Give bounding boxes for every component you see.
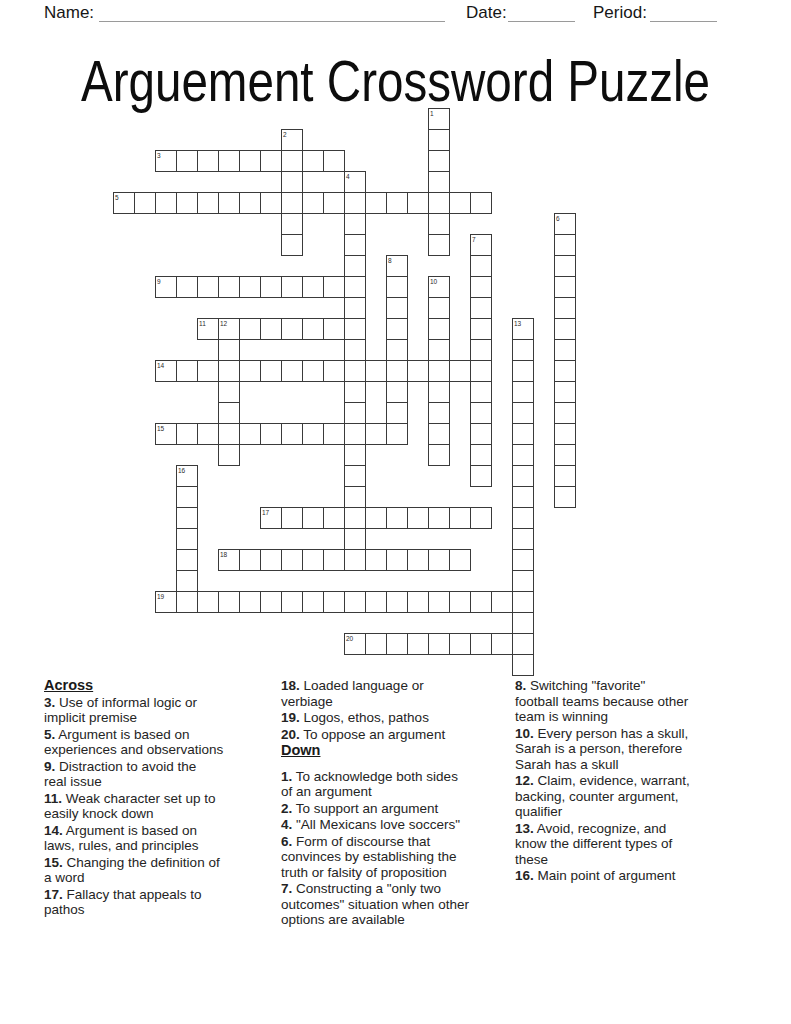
grid-cell-r11-c21[interactable] (554, 339, 576, 361)
grid-cell-r19-c10[interactable] (323, 507, 345, 529)
grid-cell-r12-c3[interactable] (176, 360, 198, 382)
cell-number-19: 19 (157, 593, 164, 600)
clue-column-2: 18. Loaded language or verbiage19. Logos… (281, 678, 513, 929)
grid-cell-r10-c17[interactable] (470, 318, 492, 340)
grid-cell-r16-c15[interactable] (428, 444, 450, 466)
clue-down-1: 1. To acknowledge both sides of an argum… (281, 769, 513, 800)
grid-cell-r23-c19[interactable] (512, 591, 534, 613)
grid-cell-r21-c13[interactable] (386, 549, 408, 571)
grid-cell-r14-c5[interactable] (218, 402, 240, 424)
grid-cell-r8-c10[interactable] (323, 276, 345, 298)
grid-cell-r14-c17[interactable] (470, 402, 492, 424)
grid-cell-r4-c1[interactable] (134, 192, 156, 214)
date-blank-line (508, 6, 575, 22)
grid-cell-r4-c12[interactable] (365, 192, 387, 214)
grid-cell-r13-c21[interactable] (554, 381, 576, 403)
grid-cell-r15-c13[interactable] (386, 423, 408, 445)
grid-cell-r12-c6[interactable] (239, 360, 261, 382)
grid-cell-r23-c12[interactable] (365, 591, 387, 613)
grid-cell-r10-c6[interactable] (239, 318, 261, 340)
grid-cell-r12-c7[interactable] (260, 360, 282, 382)
grid-cell-r12-c17[interactable] (470, 360, 492, 382)
clue-number-label: 7. (281, 881, 292, 896)
grid-cell-r21-c3[interactable] (176, 549, 198, 571)
clue-number-label: 3. (44, 695, 55, 710)
grid-cell-r4-c16[interactable] (449, 192, 471, 214)
grid-cell-r17-c21[interactable] (554, 465, 576, 487)
period-label: Period: (593, 3, 647, 23)
clue-number-label: 2. (281, 801, 292, 816)
grid-cell-r19-c9[interactable] (302, 507, 324, 529)
grid-cell-r15-c8[interactable] (281, 423, 303, 445)
grid-cell-r16-c17[interactable] (470, 444, 492, 466)
grid-cell-r23-c11[interactable] (344, 591, 366, 613)
grid-cell-r2-c6[interactable] (239, 150, 261, 172)
crossword-grid: 1234567891011121314151617181920 (113, 108, 576, 676)
clue-number-label: 4. (281, 817, 292, 832)
grid-cell-r22-c19[interactable] (512, 570, 534, 592)
grid-cell-r11-c11[interactable] (344, 339, 366, 361)
grid-cell-r2-c15[interactable] (428, 150, 450, 172)
grid-cell-r7-c17[interactable] (470, 255, 492, 277)
grid-cell-r11-c15[interactable] (428, 339, 450, 361)
grid-cell-r21-c10[interactable] (323, 549, 345, 571)
grid-cell-r8-c6[interactable] (239, 276, 261, 298)
grid-cell-r19-c3[interactable] (176, 507, 198, 529)
name-blank-line (99, 6, 445, 22)
grid-cell-r23-c7[interactable] (260, 591, 282, 613)
clue-across-17: 17. Fallacy that appeals to pathos (44, 887, 276, 918)
grid-cell-r4-c8[interactable] (281, 192, 303, 214)
clue-number-label: 1. (281, 769, 292, 784)
grid-cell-r14-c11[interactable] (344, 402, 366, 424)
grid-cell-r9-c17[interactable] (470, 297, 492, 319)
clue-down-6: 6. Form of discourse that convinces by e… (281, 834, 513, 881)
clue-across-3: 3. Use of informal logic or implicit pre… (44, 695, 276, 726)
grid-cell-r12-c15[interactable] (428, 360, 450, 382)
grid-cell-r13-c17[interactable] (470, 381, 492, 403)
grid-cell-r12-c11[interactable] (344, 360, 366, 382)
grid-cell-r7-c11[interactable] (344, 255, 366, 277)
grid-cell-r19-c8[interactable] (281, 507, 303, 529)
grid-cell-r15-c15[interactable] (428, 423, 450, 445)
grid-cell-r15-c4[interactable] (197, 423, 219, 445)
grid-cell-r13-c19[interactable] (512, 381, 534, 403)
grid-cell-r4-c3[interactable] (176, 192, 198, 214)
grid-cell-r12-c4[interactable] (197, 360, 219, 382)
date-label: Date: (466, 3, 507, 23)
grid-cell-r19-c11[interactable] (344, 507, 366, 529)
clue-number-label: 17. (44, 887, 63, 902)
grid-cell-r7-c21[interactable] (554, 255, 576, 277)
grid-cell-r21-c6[interactable] (239, 549, 261, 571)
grid-cell-r21-c14[interactable] (407, 549, 429, 571)
clue-text: Form of discourse that convinces by esta… (281, 834, 457, 880)
clue-text: Claim, evidence, warrant, backing, count… (515, 773, 690, 819)
grid-cell-r18-c19[interactable] (512, 486, 534, 508)
grid-cell-r9-c13[interactable] (386, 297, 408, 319)
grid-cell-r15-c12[interactable] (365, 423, 387, 445)
grid-cell-r4-c11[interactable] (344, 192, 366, 214)
grid-cell-r8-c17[interactable] (470, 276, 492, 298)
grid-cell-r12-c5[interactable] (218, 360, 240, 382)
grid-cell-r23-c8[interactable] (281, 591, 303, 613)
clue-text: To support an argument (292, 801, 438, 816)
clue-number-label: 9. (44, 759, 55, 774)
grid-cell-r4-c14[interactable] (407, 192, 429, 214)
grid-cell-r17-c17[interactable] (470, 465, 492, 487)
cell-number-13: 13 (514, 320, 521, 327)
clue-across-14: 14. Argument is based on laws, rules, an… (44, 823, 276, 854)
clue-number-label: 6. (281, 834, 292, 849)
grid-cell-r18-c21[interactable] (554, 486, 576, 508)
clue-number-label: 15. (44, 855, 63, 870)
grid-cell-r16-c5[interactable] (218, 444, 240, 466)
grid-cell-r21-c16[interactable] (449, 549, 471, 571)
grid-cell-r12-c21[interactable] (554, 360, 576, 382)
grid-cell-r15-c11[interactable] (344, 423, 366, 445)
grid-cell-r10-c11[interactable] (344, 318, 366, 340)
cell-number-18: 18 (220, 551, 227, 558)
grid-cell-r23-c14[interactable] (407, 591, 429, 613)
cell-number-2: 2 (283, 131, 287, 138)
clue-down-2: 2. To support an argument (281, 801, 513, 817)
clue-section-header-across: Across (44, 678, 276, 694)
cell-number-17: 17 (262, 509, 269, 516)
grid-cell-r20-c19[interactable] (512, 528, 534, 550)
clue-section-header-down: Down (281, 743, 513, 759)
clue-text: Use of informal logic or implicit premis… (44, 695, 197, 726)
grid-cell-r17-c19[interactable] (512, 465, 534, 487)
grid-cell-r15-c3[interactable] (176, 423, 198, 445)
grid-cell-r12-c16[interactable] (449, 360, 471, 382)
clue-across-9: 9. Distraction to avoid the real issue (44, 759, 276, 790)
clue-down-7: 7. Constructing a "only two outcomes" si… (281, 881, 513, 928)
cell-number-1: 1 (430, 110, 434, 117)
grid-cell-r3-c15[interactable] (428, 171, 450, 193)
clue-number-label: 14. (44, 823, 63, 838)
grid-cell-r10-c13[interactable] (386, 318, 408, 340)
grid-cell-r2-c10[interactable] (323, 150, 345, 172)
grid-cell-r8-c11[interactable] (344, 276, 366, 298)
clue-number-label: 5. (44, 727, 55, 742)
grid-cell-r21-c8[interactable] (281, 549, 303, 571)
grid-cell-r10-c8[interactable] (281, 318, 303, 340)
grid-cell-r9-c15[interactable] (428, 297, 450, 319)
clue-down-12: 12. Claim, evidence, warrant, backing, c… (515, 773, 763, 820)
grid-cell-r23-c3[interactable] (176, 591, 198, 613)
grid-cell-r11-c17[interactable] (470, 339, 492, 361)
grid-cell-r12-c9[interactable] (302, 360, 324, 382)
grid-cell-r4-c9[interactable] (302, 192, 324, 214)
grid-cell-r15-c7[interactable] (260, 423, 282, 445)
grid-cell-r5-c11[interactable] (344, 213, 366, 235)
grid-cell-r19-c15[interactable] (428, 507, 450, 529)
clue-number-label: 11. (44, 791, 62, 806)
grid-cell-r25-c17[interactable] (470, 633, 492, 655)
clue-across-5: 5. Argument is based on experiences and … (44, 727, 276, 758)
cell-number-8: 8 (388, 257, 392, 264)
cell-number-9: 9 (157, 278, 161, 285)
grid-cell-r13-c5[interactable] (218, 381, 240, 403)
grid-cell-r4-c4[interactable] (197, 192, 219, 214)
clue-text: Loaded language or verbiage (281, 678, 424, 709)
grid-cell-r14-c15[interactable] (428, 402, 450, 424)
grid-cell-r8-c9[interactable] (302, 276, 324, 298)
clue-number-label: 10. (515, 726, 534, 741)
name-label: Name: (44, 3, 94, 23)
grid-cell-r25-c14[interactable] (407, 633, 429, 655)
cell-number-10: 10 (430, 278, 437, 285)
grid-cell-r4-c6[interactable] (239, 192, 261, 214)
clue-across-11: 11. Weak character set up to easily knoc… (44, 791, 276, 822)
grid-cell-r13-c13[interactable] (386, 381, 408, 403)
grid-cell-r4-c2[interactable] (155, 192, 177, 214)
grid-cell-r23-c6[interactable] (239, 591, 261, 613)
grid-cell-r2-c7[interactable] (260, 150, 282, 172)
clue-text: Avoid, recognize, and know the different… (515, 821, 672, 867)
grid-cell-r17-c11[interactable] (344, 465, 366, 487)
grid-cell-r15-c6[interactable] (239, 423, 261, 445)
grid-cell-r9-c21[interactable] (554, 297, 576, 319)
cell-number-20: 20 (346, 635, 353, 642)
grid-cell-r4-c17[interactable] (470, 192, 492, 214)
clue-text: Weak character set up to easily knock do… (44, 791, 216, 822)
grid-cell-r23-c18[interactable] (491, 591, 513, 613)
grid-cell-r8-c7[interactable] (260, 276, 282, 298)
cell-number-11: 11 (199, 320, 206, 327)
clue-number-label: 16. (515, 868, 534, 883)
grid-cell-r12-c14[interactable] (407, 360, 429, 382)
grid-cell-r13-c15[interactable] (428, 381, 450, 403)
grid-cell-r8-c3[interactable] (176, 276, 198, 298)
grid-cell-r15-c21[interactable] (554, 423, 576, 445)
grid-cell-r21-c9[interactable] (302, 549, 324, 571)
grid-cell-r21-c15[interactable] (428, 549, 450, 571)
grid-cell-r12-c8[interactable] (281, 360, 303, 382)
clue-text: Distraction to avoid the real issue (44, 759, 196, 790)
page-title: Arguement Crossword Puzzle (71, 52, 720, 110)
clue-across-19: 19. Logos, ethos, pathos (281, 710, 513, 726)
clue-text: Constructing a "only two outcomes" situa… (281, 881, 469, 927)
clue-text: To oppose an argument (300, 727, 445, 742)
grid-cell-r15-c19[interactable] (512, 423, 534, 445)
grid-cell-r10-c7[interactable] (260, 318, 282, 340)
worksheet-page: { "game": "crossword", "header": { "name… (0, 0, 791, 1024)
grid-cell-r23-c15[interactable] (428, 591, 450, 613)
grid-cell-r23-c4[interactable] (197, 591, 219, 613)
clue-number-label: 8. (515, 678, 526, 693)
grid-cell-r21-c7[interactable] (260, 549, 282, 571)
clue-across-18: 18. Loaded language or verbiage (281, 678, 513, 709)
grid-cell-r25-c19[interactable] (512, 633, 534, 655)
clue-down-16: 16. Main point of argument (515, 868, 763, 884)
clue-text: Switching "favorite" football teams beca… (515, 678, 688, 724)
grid-cell-r24-c19[interactable] (512, 612, 534, 634)
grid-cell-r21-c11[interactable] (344, 549, 366, 571)
grid-cell-r16-c21[interactable] (554, 444, 576, 466)
grid-cell-r2-c8[interactable] (281, 150, 303, 172)
grid-cell-r23-c9[interactable] (302, 591, 324, 613)
grid-cell-r25-c15[interactable] (428, 633, 450, 655)
grid-cell-r18-c11[interactable] (344, 486, 366, 508)
grid-cell-r23-c16[interactable] (449, 591, 471, 613)
clue-number-label: 18. (281, 678, 300, 693)
grid-cell-r19-c19[interactable] (512, 507, 534, 529)
grid-cell-r11-c19[interactable] (512, 339, 534, 361)
grid-cell-r25-c13[interactable] (386, 633, 408, 655)
grid-cell-r4-c5[interactable] (218, 192, 240, 214)
grid-cell-r4-c15[interactable] (428, 192, 450, 214)
grid-cell-r4-c10[interactable] (323, 192, 345, 214)
clue-number-label: 20. (281, 727, 300, 742)
period-blank-line (650, 6, 717, 22)
clue-text: Changing the definition of a word (44, 855, 220, 886)
grid-cell-r2-c9[interactable] (302, 150, 324, 172)
grid-cell-r5-c8[interactable] (281, 213, 303, 235)
clue-down-8: 8. Switching "favorite" football teams b… (515, 678, 763, 725)
grid-cell-r13-c11[interactable] (344, 381, 366, 403)
grid-cell-r12-c19[interactable] (512, 360, 534, 382)
grid-cell-r14-c21[interactable] (554, 402, 576, 424)
grid-cell-r2-c3[interactable] (176, 150, 198, 172)
grid-cell-r10-c15[interactable] (428, 318, 450, 340)
clue-text: Fallacy that appeals to pathos (44, 887, 202, 918)
grid-cell-r22-c3[interactable] (176, 570, 198, 592)
clue-text: "All Mexicans love soccers" (292, 817, 460, 832)
grid-cell-r21-c12[interactable] (365, 549, 387, 571)
clue-text: Argument is based on experiences and obs… (44, 727, 223, 758)
grid-cell-r2-c4[interactable] (197, 150, 219, 172)
grid-cell-r14-c13[interactable] (386, 402, 408, 424)
grid-cell-r19-c14[interactable] (407, 507, 429, 529)
clue-across-20: 20. To oppose an argument (281, 727, 513, 743)
clue-number-label: 13. (515, 821, 534, 836)
grid-cell-r1-c15[interactable] (428, 129, 450, 151)
grid-cell-r19-c13[interactable] (386, 507, 408, 529)
clue-across-15: 15. Changing the definition of a word (44, 855, 276, 886)
grid-cell-r14-c19[interactable] (512, 402, 534, 424)
cell-number-12: 12 (220, 320, 227, 327)
grid-cell-r18-c3[interactable] (176, 486, 198, 508)
cell-number-15: 15 (157, 425, 164, 432)
clue-down-13: 13. Avoid, recognize, and know the diffe… (515, 821, 763, 868)
clue-text: Logos, ethos, pathos (300, 710, 429, 725)
grid-cell-r23-c17[interactable] (470, 591, 492, 613)
grid-cell-r8-c5[interactable] (218, 276, 240, 298)
grid-cell-r21-c19[interactable] (512, 549, 534, 571)
grid-cell-r11-c13[interactable] (386, 339, 408, 361)
grid-cell-r20-c3[interactable] (176, 528, 198, 550)
clue-column-1: Across3. Use of informal logic or implic… (44, 678, 276, 919)
grid-cell-r2-c5[interactable] (218, 150, 240, 172)
grid-cell-r15-c5[interactable] (218, 423, 240, 445)
grid-cell-r8-c8[interactable] (281, 276, 303, 298)
grid-cell-r10-c10[interactable] (323, 318, 345, 340)
grid-cell-r4-c7[interactable] (260, 192, 282, 214)
grid-cell-r4-c13[interactable] (386, 192, 408, 214)
grid-cell-r12-c10[interactable] (323, 360, 345, 382)
cell-number-16: 16 (178, 467, 185, 474)
cell-number-14: 14 (157, 362, 164, 369)
clue-text: To acknowledge both sides of an argument (281, 769, 458, 800)
grid-cell-r11-c5[interactable] (218, 339, 240, 361)
grid-cell-r23-c10[interactable] (323, 591, 345, 613)
grid-cell-r16-c19[interactable] (512, 444, 534, 466)
grid-cell-r25-c12[interactable] (365, 633, 387, 655)
grid-cell-r8-c4[interactable] (197, 276, 219, 298)
cell-number-7: 7 (472, 236, 476, 243)
clue-down-4: 4. "All Mexicans love soccers" (281, 817, 513, 833)
grid-cell-r25-c16[interactable] (449, 633, 471, 655)
clue-column-3: 8. Switching "favorite" football teams b… (515, 678, 763, 885)
cell-number-6: 6 (556, 215, 560, 222)
clue-number-label: 12. (515, 773, 534, 788)
grid-cell-r6-c8[interactable] (281, 234, 303, 256)
grid-cell-r26-c19[interactable] (512, 654, 534, 676)
clue-number-label: 19. (281, 710, 300, 725)
grid-cell-r19-c16[interactable] (449, 507, 471, 529)
grid-cell-r5-c15[interactable] (428, 213, 450, 235)
grid-cell-r23-c13[interactable] (386, 591, 408, 613)
grid-cell-r12-c13[interactable] (386, 360, 408, 382)
grid-cell-r15-c9[interactable] (302, 423, 324, 445)
grid-cell-r10-c9[interactable] (302, 318, 324, 340)
grid-cell-r15-c17[interactable] (470, 423, 492, 445)
grid-cell-r6-c21[interactable] (554, 234, 576, 256)
cell-number-4: 4 (346, 173, 350, 180)
clue-text: Main point of argument (534, 868, 676, 883)
grid-cell-r19-c12[interactable] (365, 507, 387, 529)
grid-cell-r16-c11[interactable] (344, 444, 366, 466)
clue-text: Every person has a skull, Sarah is a per… (515, 726, 688, 772)
cell-number-5: 5 (115, 194, 119, 201)
grid-cell-r19-c17[interactable] (470, 507, 492, 529)
grid-cell-r8-c13[interactable] (386, 276, 408, 298)
clue-down-10: 10. Every person has a skull, Sarah is a… (515, 726, 763, 773)
grid-cell-r15-c10[interactable] (323, 423, 345, 445)
grid-cell-r6-c11[interactable] (344, 234, 366, 256)
grid-cell-r25-c18[interactable] (491, 633, 513, 655)
clue-text: Argument is based on laws, rules, and pr… (44, 823, 199, 854)
cell-number-3: 3 (157, 152, 161, 159)
grid-cell-r23-c5[interactable] (218, 591, 240, 613)
grid-cell-r6-c15[interactable] (428, 234, 450, 256)
grid-cell-r9-c11[interactable] (344, 297, 366, 319)
grid-cell-r12-c12[interactable] (365, 360, 387, 382)
grid-cell-r3-c8[interactable] (281, 171, 303, 193)
grid-cell-r10-c21[interactable] (554, 318, 576, 340)
grid-cell-r20-c11[interactable] (344, 528, 366, 550)
grid-cell-r8-c21[interactable] (554, 276, 576, 298)
